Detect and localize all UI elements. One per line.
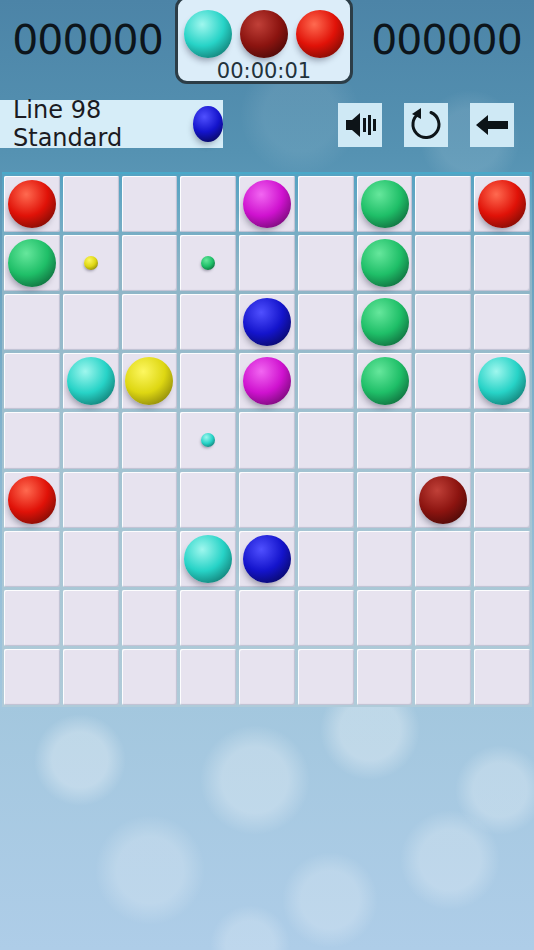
board-cell-r7-c3[interactable] <box>180 590 236 646</box>
board-cell-r0-c0[interactable] <box>4 176 60 232</box>
board-cell-r6-c8[interactable] <box>474 531 530 587</box>
restart-button[interactable] <box>404 103 448 147</box>
score-right: 000000 <box>359 20 534 61</box>
board-cell-r6-c2[interactable] <box>122 531 178 587</box>
board-cell-r8-c5[interactable] <box>298 649 354 705</box>
board-cell-r3-c8[interactable] <box>474 353 530 409</box>
green-ball <box>361 239 409 287</box>
board-cell-r2-c5[interactable] <box>298 294 354 350</box>
board-cell-r7-c2[interactable] <box>122 590 178 646</box>
board-cell-r4-c6[interactable] <box>357 412 413 468</box>
board-cell-r2-c3[interactable] <box>180 294 236 350</box>
board-cell-r7-c0[interactable] <box>4 590 60 646</box>
board-cell-r6-c6[interactable] <box>357 531 413 587</box>
cyan-next-preview-ball <box>184 10 232 58</box>
game-mode-label: Line 98 Standard <box>13 96 182 152</box>
board-cell-r5-c7[interactable] <box>415 472 471 528</box>
green-ball <box>8 239 56 287</box>
board-cell-r7-c8[interactable] <box>474 590 530 646</box>
blue-mode-ball <box>193 106 223 142</box>
board-cell-r0-c6[interactable] <box>357 176 413 232</box>
board-cell-r3-c0[interactable] <box>4 353 60 409</box>
board-cell-r7-c6[interactable] <box>357 590 413 646</box>
yellow-ball <box>125 357 173 405</box>
board-cell-r1-c1[interactable] <box>63 235 119 291</box>
board-cell-r1-c8[interactable] <box>474 235 530 291</box>
magenta-ball <box>243 357 291 405</box>
board-cell-r4-c8[interactable] <box>474 412 530 468</box>
board-cell-r8-c0[interactable] <box>4 649 60 705</box>
yellow-next-ball <box>84 256 98 270</box>
restart-icon <box>409 108 443 142</box>
board-cell-r8-c7[interactable] <box>415 649 471 705</box>
board-cell-r3-c5[interactable] <box>298 353 354 409</box>
board-cell-r0-c2[interactable] <box>122 176 178 232</box>
board-cell-r3-c4[interactable] <box>239 353 295 409</box>
board-cell-r4-c7[interactable] <box>415 412 471 468</box>
green-ball <box>361 180 409 228</box>
board-cell-r2-c2[interactable] <box>122 294 178 350</box>
board-cell-r5-c1[interactable] <box>63 472 119 528</box>
board-cell-r0-c3[interactable] <box>180 176 236 232</box>
board-cell-r7-c5[interactable] <box>298 590 354 646</box>
board-cell-r0-c8[interactable] <box>474 176 530 232</box>
board-cell-r1-c5[interactable] <box>298 235 354 291</box>
board-cell-r8-c4[interactable] <box>239 649 295 705</box>
back-button[interactable] <box>470 103 514 147</box>
board-cell-r3-c7[interactable] <box>415 353 471 409</box>
board-cell-r1-c4[interactable] <box>239 235 295 291</box>
game-board <box>2 172 532 707</box>
speaker-icon <box>344 110 376 140</box>
blue-ball <box>243 535 291 583</box>
board-cell-r1-c2[interactable] <box>122 235 178 291</box>
cyan-ball <box>67 357 115 405</box>
next-balls-panel: 00:00:01 <box>175 0 353 84</box>
board-cell-r4-c3[interactable] <box>180 412 236 468</box>
board-cell-r5-c4[interactable] <box>239 472 295 528</box>
board-cell-r6-c4[interactable] <box>239 531 295 587</box>
board-cell-r4-c4[interactable] <box>239 412 295 468</box>
board-cell-r5-c5[interactable] <box>298 472 354 528</box>
red-ball <box>8 476 56 524</box>
darkred-ball <box>419 476 467 524</box>
board-cell-r0-c4[interactable] <box>239 176 295 232</box>
board-cell-r5-c2[interactable] <box>122 472 178 528</box>
game-timer: 00:00:01 <box>217 59 311 83</box>
board-cell-r5-c3[interactable] <box>180 472 236 528</box>
board-cell-r2-c1[interactable] <box>63 294 119 350</box>
board-cell-r2-c0[interactable] <box>4 294 60 350</box>
line98-app: 000000 00:00:01 000000 Line 98 Standard <box>0 0 534 950</box>
cyan-ball <box>184 535 232 583</box>
board-cell-r5-c6[interactable] <box>357 472 413 528</box>
board-cell-r4-c2[interactable] <box>122 412 178 468</box>
green-ball <box>361 357 409 405</box>
board-cell-r6-c0[interactable] <box>4 531 60 587</box>
board-cell-r4-c1[interactable] <box>63 412 119 468</box>
cyan-ball <box>478 357 526 405</box>
board-cell-r6-c7[interactable] <box>415 531 471 587</box>
board-cell-r8-c8[interactable] <box>474 649 530 705</box>
board-cell-r4-c0[interactable] <box>4 412 60 468</box>
red-ball <box>478 180 526 228</box>
board-cell-r0-c1[interactable] <box>63 176 119 232</box>
blue-ball <box>243 298 291 346</box>
board-cell-r1-c3[interactable] <box>180 235 236 291</box>
board-cell-r8-c1[interactable] <box>63 649 119 705</box>
green-next-ball <box>201 256 215 270</box>
board-cell-r1-c7[interactable] <box>415 235 471 291</box>
board-cell-r8-c2[interactable] <box>122 649 178 705</box>
cyan-next-ball <box>201 433 215 447</box>
red-next-preview-ball <box>296 10 344 58</box>
board-cell-r1-c6[interactable] <box>357 235 413 291</box>
board-cell-r6-c3[interactable] <box>180 531 236 587</box>
board-cell-r3-c6[interactable] <box>357 353 413 409</box>
green-ball <box>361 298 409 346</box>
board-cell-r7-c7[interactable] <box>415 590 471 646</box>
board-cell-r0-c5[interactable] <box>298 176 354 232</box>
board-cell-r6-c5[interactable] <box>298 531 354 587</box>
board-cell-r7-c1[interactable] <box>63 590 119 646</box>
board-cell-r2-c4[interactable] <box>239 294 295 350</box>
board-cell-r3-c3[interactable] <box>180 353 236 409</box>
board-cell-r7-c4[interactable] <box>239 590 295 646</box>
board-cell-r2-c6[interactable] <box>357 294 413 350</box>
board-cell-r8-c6[interactable] <box>357 649 413 705</box>
red-ball <box>8 180 56 228</box>
board-cell-r2-c7[interactable] <box>415 294 471 350</box>
board-cell-r2-c8[interactable] <box>474 294 530 350</box>
board-cell-r8-c3[interactable] <box>180 649 236 705</box>
board-cell-r3-c2[interactable] <box>122 353 178 409</box>
board-cell-r6-c1[interactable] <box>63 531 119 587</box>
board-cell-r1-c0[interactable] <box>4 235 60 291</box>
sound-button[interactable] <box>338 103 382 147</box>
game-mode-box: Line 98 Standard <box>0 100 223 148</box>
back-arrow-icon <box>476 113 508 137</box>
board-cell-r5-c8[interactable] <box>474 472 530 528</box>
board-cell-r4-c5[interactable] <box>298 412 354 468</box>
score-left: 000000 <box>0 20 175 61</box>
board-cell-r5-c0[interactable] <box>4 472 60 528</box>
next-balls-preview <box>184 10 344 58</box>
darkred-next-preview-ball <box>240 10 288 58</box>
magenta-ball <box>243 180 291 228</box>
board-cell-r0-c7[interactable] <box>415 176 471 232</box>
board-cell-r3-c1[interactable] <box>63 353 119 409</box>
